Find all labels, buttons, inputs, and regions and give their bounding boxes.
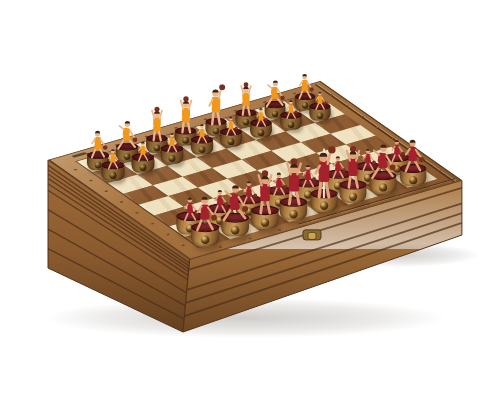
brass-pin-icon <box>144 135 149 137</box>
brass-pin-icon <box>85 153 90 155</box>
brass-pin-icon <box>248 237 253 239</box>
brass-pin-icon <box>165 233 170 235</box>
brass-pin-icon <box>262 101 267 103</box>
clasp-latch-icon <box>303 230 321 240</box>
brass-pin-icon <box>181 244 186 246</box>
brass-pin-icon <box>203 118 208 120</box>
brass-pin-icon <box>88 179 93 181</box>
brass-pin-icon <box>336 212 341 214</box>
brass-pin-icon <box>104 190 109 192</box>
brass-pin-icon <box>174 127 179 129</box>
brass-pin-icon <box>366 203 371 205</box>
brass-pin-icon <box>277 229 282 231</box>
product-photo <box>0 0 500 400</box>
brass-pin-icon <box>292 92 297 94</box>
brass-pin-icon <box>135 212 140 214</box>
brass-pin-icon <box>150 223 155 225</box>
brass-pin-icon <box>396 194 401 196</box>
brass-pin-icon <box>425 186 430 188</box>
brass-pin-icon <box>307 220 312 222</box>
brass-pin-icon <box>233 110 238 112</box>
brass-pin-icon <box>114 144 119 146</box>
brass-pin-icon <box>218 246 223 248</box>
brass-pin-icon <box>73 169 78 171</box>
brass-pin-icon <box>119 201 124 203</box>
